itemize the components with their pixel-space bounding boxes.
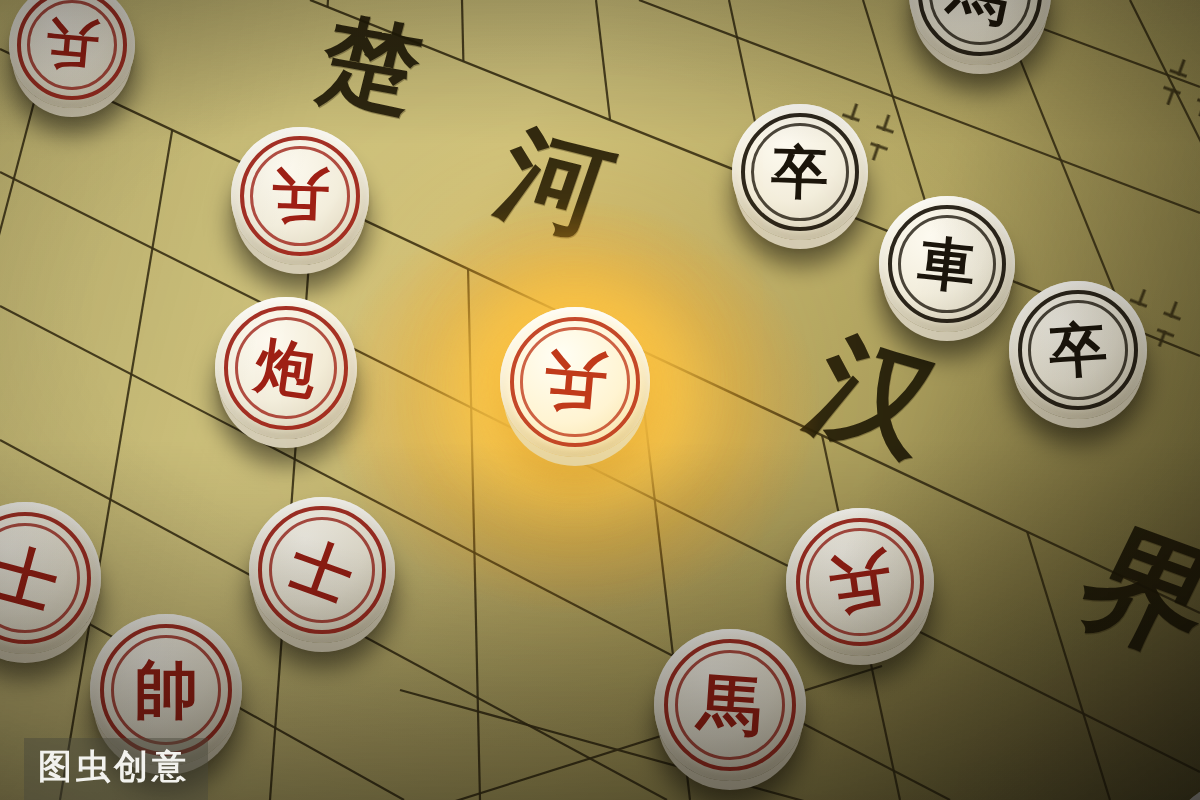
piece-red-corner-partial[interactable]: 兵: [1162, 778, 1200, 800]
piece-character: 士: [228, 476, 415, 663]
piece-character: 兵: [494, 301, 657, 464]
piece-character: 馬: [649, 624, 811, 786]
piece-character: 炮: [206, 288, 366, 448]
piece-black-ju[interactable]: 車: [879, 196, 1015, 332]
piece-character: 兵: [229, 125, 372, 268]
piece-character: 卒: [730, 102, 871, 243]
watermark-text: 图虫创意: [38, 746, 190, 786]
piece-red-shi-mid[interactable]: 士: [249, 497, 395, 643]
piece-red-shi-left[interactable]: 士: [0, 502, 101, 654]
pieces-layer: 兵兵炮兵士士帥馬兵兵馬卒車卒: [0, 0, 1200, 800]
piece-red-ma[interactable]: 馬: [654, 629, 806, 781]
piece-red-pao[interactable]: 炮: [215, 297, 357, 439]
piece-character: 兵: [4, 0, 141, 113]
piece-red-bing-upper[interactable]: 兵: [231, 127, 369, 265]
piece-character: 車: [872, 189, 1021, 338]
xiangqi-photo-scene: 楚 河 汉 界 兵兵炮兵士士帥馬兵兵馬卒車卒 图虫创意: [0, 0, 1200, 800]
piece-black-zu-right[interactable]: 卒: [1009, 281, 1147, 419]
piece-character: 馬: [896, 0, 1064, 78]
piece-red-bing-highlight[interactable]: 兵: [500, 307, 650, 457]
piece-character: 卒: [1004, 276, 1151, 423]
piece-red-bing-topleft[interactable]: 兵: [9, 0, 135, 108]
piece-character: 兵: [1162, 778, 1200, 800]
watermark: 图虫创意: [24, 738, 208, 800]
piece-black-zu-left[interactable]: 卒: [732, 104, 868, 240]
piece-black-ma[interactable]: 馬: [909, 0, 1051, 65]
